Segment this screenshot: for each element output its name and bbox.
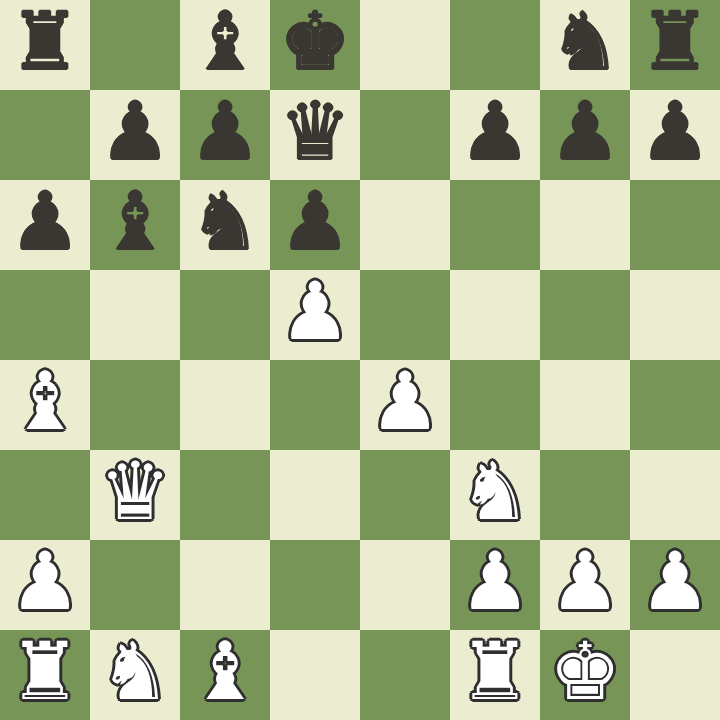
square-g7[interactable]: ♟ xyxy=(540,90,630,180)
square-b8[interactable] xyxy=(90,0,180,90)
square-h7[interactable]: ♟ xyxy=(630,90,720,180)
square-g3[interactable] xyxy=(540,450,630,540)
square-a7[interactable] xyxy=(0,90,90,180)
white-knight[interactable]: ♞ xyxy=(99,630,171,717)
square-c5[interactable] xyxy=(180,270,270,360)
square-d2[interactable] xyxy=(270,540,360,630)
square-f5[interactable] xyxy=(450,270,540,360)
square-a3[interactable] xyxy=(0,450,90,540)
square-d5[interactable]: ♟ xyxy=(270,270,360,360)
black-knight[interactable]: ♞ xyxy=(189,180,261,267)
square-c7[interactable]: ♟ xyxy=(180,90,270,180)
square-d4[interactable] xyxy=(270,360,360,450)
square-h5[interactable] xyxy=(630,270,720,360)
square-e7[interactable] xyxy=(360,90,450,180)
black-pawn[interactable]: ♟ xyxy=(459,90,531,177)
black-king[interactable]: ♚ xyxy=(279,0,351,87)
square-g5[interactable] xyxy=(540,270,630,360)
black-pawn[interactable]: ♟ xyxy=(9,180,81,267)
square-e2[interactable] xyxy=(360,540,450,630)
white-pawn[interactable]: ♟ xyxy=(369,360,441,447)
black-pawn[interactable]: ♟ xyxy=(189,90,261,177)
square-f7[interactable]: ♟ xyxy=(450,90,540,180)
white-bishop[interactable]: ♝ xyxy=(9,360,81,447)
square-f8[interactable] xyxy=(450,0,540,90)
square-a4[interactable]: ♝ xyxy=(0,360,90,450)
square-d6[interactable]: ♟ xyxy=(270,180,360,270)
square-b2[interactable] xyxy=(90,540,180,630)
white-rook[interactable]: ♜ xyxy=(9,630,81,717)
white-king[interactable]: ♚ xyxy=(549,630,621,717)
white-pawn[interactable]: ♟ xyxy=(9,540,81,627)
square-h4[interactable] xyxy=(630,360,720,450)
black-pawn[interactable]: ♟ xyxy=(279,180,351,267)
white-pawn[interactable]: ♟ xyxy=(549,540,621,627)
square-c2[interactable] xyxy=(180,540,270,630)
black-queen[interactable]: ♛ xyxy=(279,90,351,177)
square-h1[interactable] xyxy=(630,630,720,720)
black-knight[interactable]: ♞ xyxy=(549,0,621,87)
square-f4[interactable] xyxy=(450,360,540,450)
square-c4[interactable] xyxy=(180,360,270,450)
square-b1[interactable]: ♞ xyxy=(90,630,180,720)
square-g4[interactable] xyxy=(540,360,630,450)
square-c6[interactable]: ♞ xyxy=(180,180,270,270)
black-pawn[interactable]: ♟ xyxy=(99,90,171,177)
square-h6[interactable] xyxy=(630,180,720,270)
square-g6[interactable] xyxy=(540,180,630,270)
square-e3[interactable] xyxy=(360,450,450,540)
black-pawn[interactable]: ♟ xyxy=(549,90,621,177)
square-b7[interactable]: ♟ xyxy=(90,90,180,180)
square-f2[interactable]: ♟ xyxy=(450,540,540,630)
square-e6[interactable] xyxy=(360,180,450,270)
square-f3[interactable]: ♞ xyxy=(450,450,540,540)
square-e5[interactable] xyxy=(360,270,450,360)
square-c3[interactable] xyxy=(180,450,270,540)
square-b3[interactable]: ♛ xyxy=(90,450,180,540)
square-h8[interactable]: ♜ xyxy=(630,0,720,90)
white-queen[interactable]: ♛ xyxy=(99,450,171,537)
square-d1[interactable] xyxy=(270,630,360,720)
black-rook[interactable]: ♜ xyxy=(9,0,81,87)
square-b6[interactable]: ♝ xyxy=(90,180,180,270)
square-e4[interactable]: ♟ xyxy=(360,360,450,450)
square-d3[interactable] xyxy=(270,450,360,540)
square-a8[interactable]: ♜ xyxy=(0,0,90,90)
white-pawn[interactable]: ♟ xyxy=(459,540,531,627)
black-rook[interactable]: ♜ xyxy=(639,0,711,87)
white-pawn[interactable]: ♟ xyxy=(279,270,351,357)
square-a1[interactable]: ♜ xyxy=(0,630,90,720)
white-pawn[interactable]: ♟ xyxy=(639,540,711,627)
square-a5[interactable] xyxy=(0,270,90,360)
square-a6[interactable]: ♟ xyxy=(0,180,90,270)
square-b4[interactable] xyxy=(90,360,180,450)
white-knight[interactable]: ♞ xyxy=(459,450,531,537)
square-a2[interactable]: ♟ xyxy=(0,540,90,630)
square-d7[interactable]: ♛ xyxy=(270,90,360,180)
square-f1[interactable]: ♜ xyxy=(450,630,540,720)
square-g2[interactable]: ♟ xyxy=(540,540,630,630)
chess-board: ♜♝♚♞♜♟♟♛♟♟♟♟♝♞♟♟♝♟♛♞♟♟♟♟♜♞♝♜♚ xyxy=(0,0,720,720)
square-d8[interactable]: ♚ xyxy=(270,0,360,90)
black-pawn[interactable]: ♟ xyxy=(639,90,711,177)
white-bishop[interactable]: ♝ xyxy=(189,630,261,717)
square-g8[interactable]: ♞ xyxy=(540,0,630,90)
square-h3[interactable] xyxy=(630,450,720,540)
square-e1[interactable] xyxy=(360,630,450,720)
square-c8[interactable]: ♝ xyxy=(180,0,270,90)
square-h2[interactable]: ♟ xyxy=(630,540,720,630)
square-c1[interactable]: ♝ xyxy=(180,630,270,720)
square-e8[interactable] xyxy=(360,0,450,90)
square-b5[interactable] xyxy=(90,270,180,360)
black-bishop[interactable]: ♝ xyxy=(189,0,261,87)
black-bishop[interactable]: ♝ xyxy=(99,180,171,267)
square-f6[interactable] xyxy=(450,180,540,270)
square-g1[interactable]: ♚ xyxy=(540,630,630,720)
white-rook[interactable]: ♜ xyxy=(459,630,531,717)
